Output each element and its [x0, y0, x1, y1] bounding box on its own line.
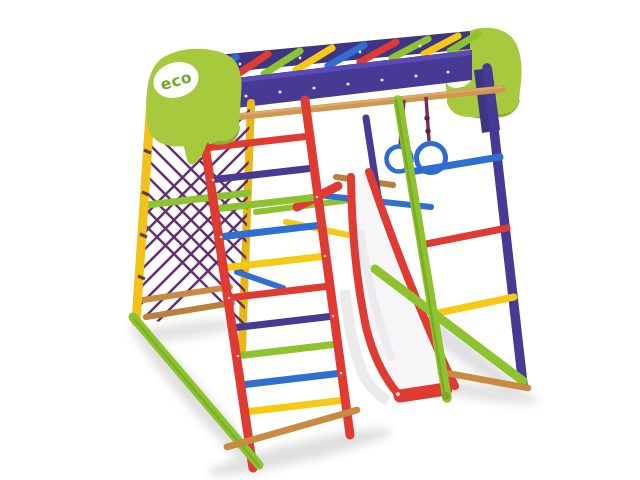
slide-foot [400, 389, 446, 396]
ladder-post-right [305, 100, 350, 435]
product-photo: eco [0, 0, 640, 480]
rung-purple [232, 316, 334, 328]
net-bottom-dowel-2 [146, 303, 232, 317]
climbing-frame-illustration: eco [0, 0, 640, 480]
rung-yellow [223, 256, 326, 268]
right-rung-yellow [433, 297, 514, 314]
rung-yellow [245, 400, 345, 412]
right-rung-red [421, 228, 507, 245]
rung-blue [241, 373, 342, 385]
gym-ring-right [417, 97, 446, 173]
rung-green [236, 344, 338, 356]
